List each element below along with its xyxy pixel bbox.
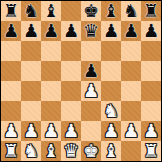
square-e2[interactable] [81, 121, 101, 141]
white-pawn[interactable]: ♟ [143, 121, 159, 141]
white-pawn[interactable]: ♟ [123, 121, 139, 141]
square-b3[interactable] [21, 101, 41, 121]
white-pawn[interactable]: ♟ [63, 121, 79, 141]
square-h4[interactable] [141, 81, 161, 101]
white-knight[interactable]: ♞ [103, 101, 119, 121]
black-pawn[interactable]: ♟ [23, 21, 39, 41]
square-c4[interactable] [41, 81, 61, 101]
square-a1[interactable]: ♜ [1, 141, 21, 161]
white-rook[interactable]: ♜ [3, 141, 19, 161]
black-queen[interactable]: ♛ [83, 21, 99, 41]
black-knight[interactable]: ♞ [23, 1, 39, 21]
square-g8[interactable]: ♞ [121, 1, 141, 21]
square-c1[interactable]: ♝ [41, 141, 61, 161]
black-bishop[interactable]: ♝ [103, 1, 119, 21]
square-e5[interactable]: ♟ [81, 61, 101, 81]
square-h1[interactable]: ♜ [141, 141, 161, 161]
square-d6[interactable] [61, 41, 81, 61]
square-d3[interactable] [61, 101, 81, 121]
square-c7[interactable]: ♟ [41, 21, 61, 41]
square-g3[interactable] [121, 101, 141, 121]
white-pawn[interactable]: ♟ [3, 121, 19, 141]
white-bishop[interactable]: ♝ [103, 141, 119, 161]
square-b5[interactable] [21, 61, 41, 81]
square-h6[interactable] [141, 41, 161, 61]
square-a7[interactable]: ♟ [1, 21, 21, 41]
black-rook[interactable]: ♜ [143, 1, 159, 21]
square-c6[interactable] [41, 41, 61, 61]
square-f6[interactable] [101, 41, 121, 61]
black-bishop[interactable]: ♝ [43, 1, 59, 21]
square-c2[interactable]: ♟ [41, 121, 61, 141]
square-b4[interactable] [21, 81, 41, 101]
square-b6[interactable] [21, 41, 41, 61]
square-e7[interactable]: ♛ [81, 21, 101, 41]
square-a8[interactable]: ♜ [1, 1, 21, 21]
square-c3[interactable] [41, 101, 61, 121]
square-h5[interactable] [141, 61, 161, 81]
black-pawn[interactable]: ♟ [103, 21, 119, 41]
white-bishop[interactable]: ♝ [43, 141, 59, 161]
black-pawn[interactable]: ♟ [143, 21, 159, 41]
square-d1[interactable]: ♛ [61, 141, 81, 161]
square-b7[interactable]: ♟ [21, 21, 41, 41]
square-g7[interactable]: ♟ [121, 21, 141, 41]
square-h2[interactable]: ♟ [141, 121, 161, 141]
white-queen[interactable]: ♛ [63, 141, 79, 161]
white-pawn[interactable]: ♟ [23, 121, 39, 141]
square-d8[interactable] [61, 1, 81, 21]
black-pawn[interactable]: ♟ [3, 21, 19, 41]
square-g5[interactable] [121, 61, 141, 81]
white-pawn[interactable]: ♟ [83, 81, 99, 101]
white-rook[interactable]: ♜ [143, 141, 159, 161]
square-d5[interactable] [61, 61, 81, 81]
square-f7[interactable]: ♟ [101, 21, 121, 41]
chess-board-frame: ♜♞♝♚♝♞♜♟♟♟♟♛♟♟♟♟♟♞♟♟♟♟♟♟♟♜♞♝♛♚♝♜ [0, 0, 162, 162]
square-f5[interactable] [101, 61, 121, 81]
square-f3[interactable]: ♞ [101, 101, 121, 121]
square-d2[interactable]: ♟ [61, 121, 81, 141]
square-f8[interactable]: ♝ [101, 1, 121, 21]
black-rook[interactable]: ♜ [3, 1, 19, 21]
square-f1[interactable]: ♝ [101, 141, 121, 161]
square-g1[interactable] [121, 141, 141, 161]
white-knight[interactable]: ♞ [23, 141, 39, 161]
white-pawn[interactable]: ♟ [103, 121, 119, 141]
square-b8[interactable]: ♞ [21, 1, 41, 21]
square-a4[interactable] [1, 81, 21, 101]
black-pawn[interactable]: ♟ [83, 61, 99, 81]
square-h7[interactable]: ♟ [141, 21, 161, 41]
black-king[interactable]: ♚ [83, 1, 99, 21]
square-e8[interactable]: ♚ [81, 1, 101, 21]
black-pawn[interactable]: ♟ [63, 21, 79, 41]
square-d7[interactable]: ♟ [61, 21, 81, 41]
square-h8[interactable]: ♜ [141, 1, 161, 21]
white-pawn[interactable]: ♟ [43, 121, 59, 141]
square-a5[interactable] [1, 61, 21, 81]
square-b2[interactable]: ♟ [21, 121, 41, 141]
square-c5[interactable] [41, 61, 61, 81]
square-g4[interactable] [121, 81, 141, 101]
chess-board: ♜♞♝♚♝♞♜♟♟♟♟♛♟♟♟♟♟♞♟♟♟♟♟♟♟♜♞♝♛♚♝♜ [1, 1, 161, 161]
white-king[interactable]: ♚ [83, 141, 99, 161]
square-d4[interactable] [61, 81, 81, 101]
square-a2[interactable]: ♟ [1, 121, 21, 141]
square-c8[interactable]: ♝ [41, 1, 61, 21]
square-f4[interactable] [101, 81, 121, 101]
square-e1[interactable]: ♚ [81, 141, 101, 161]
black-pawn[interactable]: ♟ [123, 21, 139, 41]
square-h3[interactable] [141, 101, 161, 121]
square-b1[interactable]: ♞ [21, 141, 41, 161]
square-e6[interactable] [81, 41, 101, 61]
square-f2[interactable]: ♟ [101, 121, 121, 141]
black-pawn[interactable]: ♟ [43, 21, 59, 41]
black-knight[interactable]: ♞ [123, 1, 139, 21]
square-e3[interactable] [81, 101, 101, 121]
square-e4[interactable]: ♟ [81, 81, 101, 101]
square-a3[interactable] [1, 101, 21, 121]
square-g2[interactable]: ♟ [121, 121, 141, 141]
square-g6[interactable] [121, 41, 141, 61]
square-a6[interactable] [1, 41, 21, 61]
